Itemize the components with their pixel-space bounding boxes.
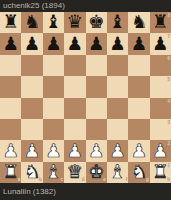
square-d2[interactable]: ♟ [64,140,85,161]
square-g6[interactable] [128,55,149,76]
piece-black-pawn[interactable]: ♟ [24,34,41,53]
square-e4[interactable] [86,98,107,119]
square-a2[interactable]: ♟ [0,140,21,161]
piece-white-queen[interactable]: ♛ [67,163,84,182]
piece-black-pawn[interactable]: ♟ [88,34,105,53]
player-name-rating[interactable]: Lunallin (1382) [3,187,56,197]
app-root: uchenik25 (1894) ♜♞♝♛♚♝♞♜8♟♟♟♟♟♟♟♟76543♟… [0,0,171,200]
square-h4[interactable]: 4 [150,98,171,119]
square-c3[interactable] [43,119,64,140]
square-a8[interactable]: ♜ [0,12,21,33]
square-f1[interactable]: ♝f [107,162,128,183]
square-h2[interactable]: ♟2 [150,140,171,161]
square-h7[interactable]: ♟7 [150,33,171,54]
piece-white-knight[interactable]: ♞ [24,163,41,182]
square-e1[interactable]: ♚e [86,162,107,183]
square-d1[interactable]: ♛d [64,162,85,183]
coord-rank-4: 4 [167,99,170,104]
square-c4[interactable] [43,98,64,119]
piece-black-queen[interactable]: ♛ [67,13,84,32]
square-a3[interactable] [0,119,21,140]
square-h3[interactable]: 3 [150,119,171,140]
square-f3[interactable] [107,119,128,140]
square-b5[interactable] [21,76,42,97]
piece-black-rook[interactable]: ♜ [152,13,169,32]
square-a7[interactable]: ♟ [0,33,21,54]
square-e7[interactable]: ♟ [86,33,107,54]
square-e8[interactable]: ♚ [86,12,107,33]
piece-white-pawn[interactable]: ♟ [45,141,62,160]
square-d3[interactable] [64,119,85,140]
square-e2[interactable]: ♟ [86,140,107,161]
piece-white-rook[interactable]: ♜ [2,163,19,182]
coord-rank-3: 3 [167,120,170,125]
square-g5[interactable] [128,76,149,97]
square-f6[interactable] [107,55,128,76]
square-b7[interactable]: ♟ [21,33,42,54]
piece-white-pawn[interactable]: ♟ [131,141,148,160]
square-f4[interactable] [107,98,128,119]
square-a1[interactable]: ♜a [0,162,21,183]
square-h1[interactable]: ♜1h [150,162,171,183]
piece-white-pawn[interactable]: ♟ [24,141,41,160]
piece-white-pawn[interactable]: ♟ [67,141,84,160]
piece-black-king[interactable]: ♚ [88,13,105,32]
square-d8[interactable]: ♛ [64,12,85,33]
player-bar-top: uchenik25 (1894) [0,0,171,12]
piece-black-pawn[interactable]: ♟ [45,34,62,53]
piece-black-pawn[interactable]: ♟ [2,34,19,53]
square-f5[interactable] [107,76,128,97]
square-b6[interactable] [21,55,42,76]
opponent-name-rating[interactable]: uchenik25 (1894) [3,1,65,11]
square-e3[interactable] [86,119,107,140]
chess-board: ♜♞♝♛♚♝♞♜8♟♟♟♟♟♟♟♟76543♟♟♟♟♟♟♟♟2♜a♞b♝c♛d♚… [0,12,171,183]
square-a6[interactable] [0,55,21,76]
square-e6[interactable] [86,55,107,76]
piece-black-knight[interactable]: ♞ [131,13,148,32]
square-d5[interactable] [64,76,85,97]
square-f8[interactable]: ♝ [107,12,128,33]
coord-rank-5: 5 [167,77,170,82]
square-c6[interactable] [43,55,64,76]
piece-white-bishop[interactable]: ♝ [45,163,62,182]
piece-black-bishop[interactable]: ♝ [109,13,126,32]
square-d7[interactable]: ♟ [64,33,85,54]
square-g7[interactable]: ♟ [128,33,149,54]
piece-white-pawn[interactable]: ♟ [109,141,126,160]
square-b3[interactable] [21,119,42,140]
square-g8[interactable]: ♞ [128,12,149,33]
piece-white-rook[interactable]: ♜ [152,163,169,182]
piece-black-pawn[interactable]: ♟ [67,34,84,53]
square-h5[interactable]: 5 [150,76,171,97]
piece-white-pawn[interactable]: ♟ [152,141,169,160]
square-b2[interactable]: ♟ [21,140,42,161]
square-a4[interactable] [0,98,21,119]
piece-black-pawn[interactable]: ♟ [152,34,169,53]
square-a5[interactable] [0,76,21,97]
square-g3[interactable] [128,119,149,140]
square-e5[interactable] [86,76,107,97]
square-g1[interactable]: ♞g [128,162,149,183]
piece-white-pawn[interactable]: ♟ [2,141,19,160]
square-c7[interactable]: ♟ [43,33,64,54]
square-g2[interactable]: ♟ [128,140,149,161]
square-f2[interactable]: ♟ [107,140,128,161]
square-d6[interactable] [64,55,85,76]
piece-black-bishop[interactable]: ♝ [45,13,62,32]
piece-black-rook[interactable]: ♜ [2,13,19,32]
square-b1[interactable]: ♞b [21,162,42,183]
coord-file-f: f [126,177,128,182]
piece-white-pawn[interactable]: ♟ [88,141,105,160]
piece-white-king[interactable]: ♚ [88,163,105,182]
coord-rank-6: 6 [167,56,170,61]
piece-black-pawn[interactable]: ♟ [131,34,148,53]
player-bar-bottom: Lunallin (1382) [0,183,171,200]
square-c2[interactable]: ♟ [43,140,64,161]
piece-black-knight[interactable]: ♞ [24,13,41,32]
square-c5[interactable] [43,76,64,97]
square-b4[interactable] [21,98,42,119]
piece-white-knight[interactable]: ♞ [131,163,148,182]
square-c1[interactable]: ♝c [43,162,64,183]
square-b8[interactable]: ♞ [21,12,42,33]
square-c8[interactable]: ♝ [43,12,64,33]
square-f7[interactable]: ♟ [107,33,128,54]
square-h6[interactable]: 6 [150,55,171,76]
square-g4[interactable] [128,98,149,119]
piece-white-bishop[interactable]: ♝ [109,163,126,182]
square-h8[interactable]: ♜8 [150,12,171,33]
piece-black-pawn[interactable]: ♟ [109,34,126,53]
square-d4[interactable] [64,98,85,119]
